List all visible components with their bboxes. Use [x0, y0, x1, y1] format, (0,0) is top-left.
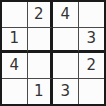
sudoku-cell-r4c1[interactable] [2, 79, 28, 105]
sudoku-cell-r3c1[interactable]: 4 [2, 53, 28, 79]
sudoku-cell-r3c2[interactable] [28, 53, 54, 79]
sudoku-cell-r1c2[interactable]: 2 [28, 2, 54, 28]
sudoku-cell-r4c4[interactable] [79, 79, 105, 105]
sudoku-cell-r3c3[interactable] [53, 53, 79, 79]
sudoku-cell-r2c4[interactable]: 3 [79, 28, 105, 54]
sudoku-cell-r4c3[interactable]: 3 [53, 79, 79, 105]
sudoku-cell-r2c2[interactable] [28, 28, 54, 54]
sudoku-cell-r4c2[interactable]: 1 [28, 79, 54, 105]
sudoku-cell-r1c3[interactable]: 4 [53, 2, 79, 28]
sudoku-cell-r3c4[interactable]: 2 [79, 53, 105, 79]
sudoku-cell-r1c1[interactable] [2, 2, 28, 28]
sudoku-cell-r2c3[interactable] [53, 28, 79, 54]
sudoku-board: 2 4 1 3 4 2 1 3 [0, 0, 106, 106]
sudoku-cell-r1c4[interactable] [79, 2, 105, 28]
sudoku-cell-r2c1[interactable]: 1 [2, 28, 28, 54]
